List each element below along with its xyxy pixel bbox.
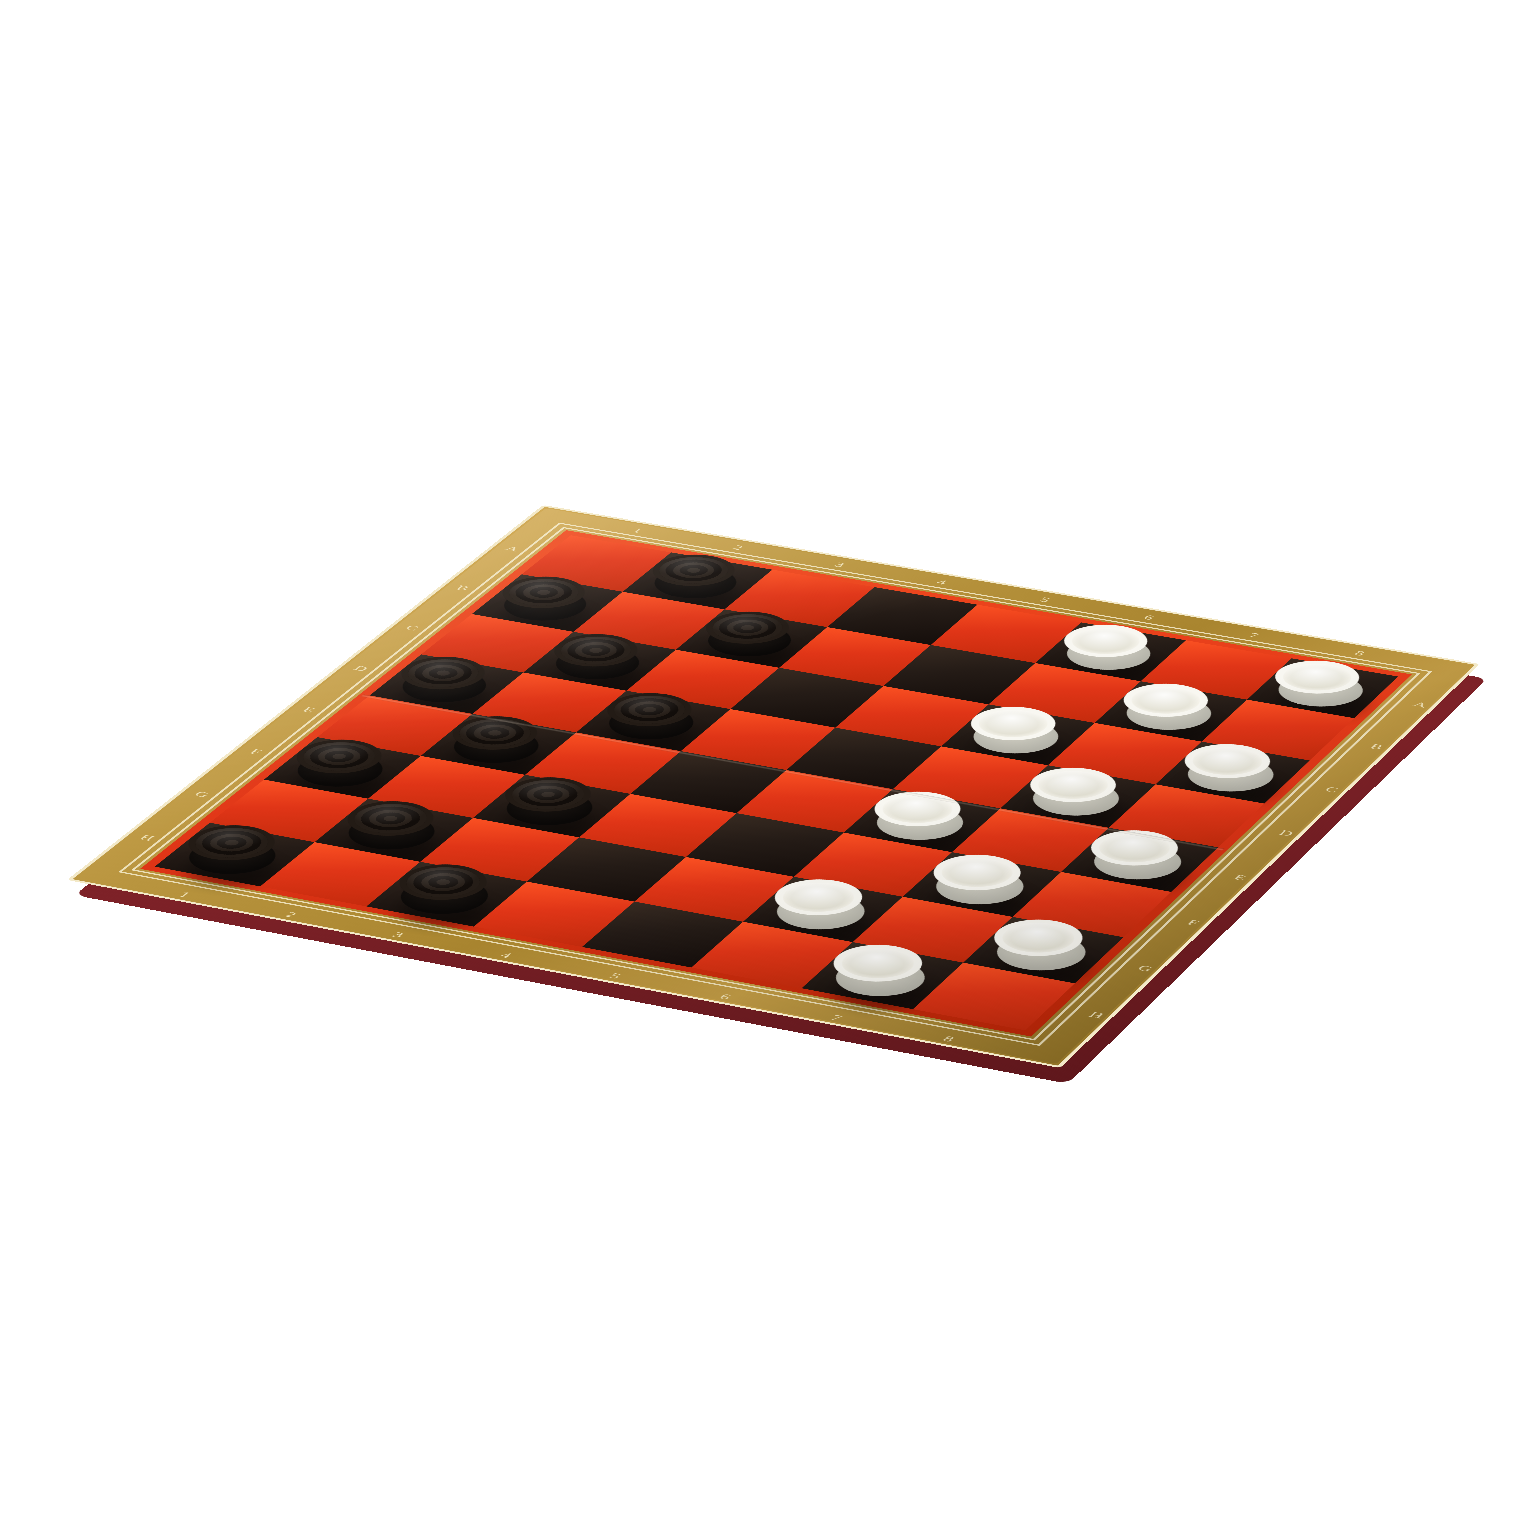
product-photo-scene: 1122334455667788AABBCCDDEEFFGGHH [0, 0, 1536, 1536]
coord-label-bottom-4: 4 [487, 948, 525, 963]
coord-label-bottom-3: 3 [379, 928, 417, 942]
coord-label-bottom-2: 2 [272, 908, 310, 922]
coord-label-bottom-6: 6 [706, 989, 744, 1004]
checkers-board[interactable]: 1122334455667788AABBCCDDEEFFGGHH [67, 505, 1480, 1068]
coord-label-bottom-1: 1 [166, 888, 204, 902]
coord-label-bottom-7: 7 [817, 1010, 855, 1025]
coord-label-right-A: A [1402, 698, 1438, 711]
checkers-board-grid [155, 535, 1398, 1030]
coord-label-bottom-5: 5 [596, 969, 634, 984]
coord-label-bottom-8: 8 [929, 1032, 968, 1047]
